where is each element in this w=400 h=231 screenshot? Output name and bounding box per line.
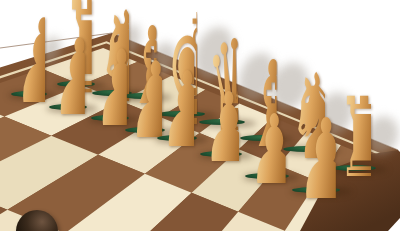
pawn-icon: ♟ — [248, 102, 285, 198]
piece-w-pawn-8: ♟ — [283, 132, 349, 193]
chess-set-product-photo: ♜♞♝♚♛♝♞♜♟♟♟♟♟♟♟♟ — [0, 0, 400, 231]
pawn-icon: ♟ — [296, 104, 336, 215]
pawn-icon: ♟ — [160, 58, 195, 162]
pieces-layer: ♜♞♝♚♛♝♞♜♟♟♟♟♟♟♟♟ — [0, 0, 400, 231]
pawn-icon: ♟ — [51, 26, 85, 131]
pawn-icon: ♟ — [203, 80, 239, 176]
